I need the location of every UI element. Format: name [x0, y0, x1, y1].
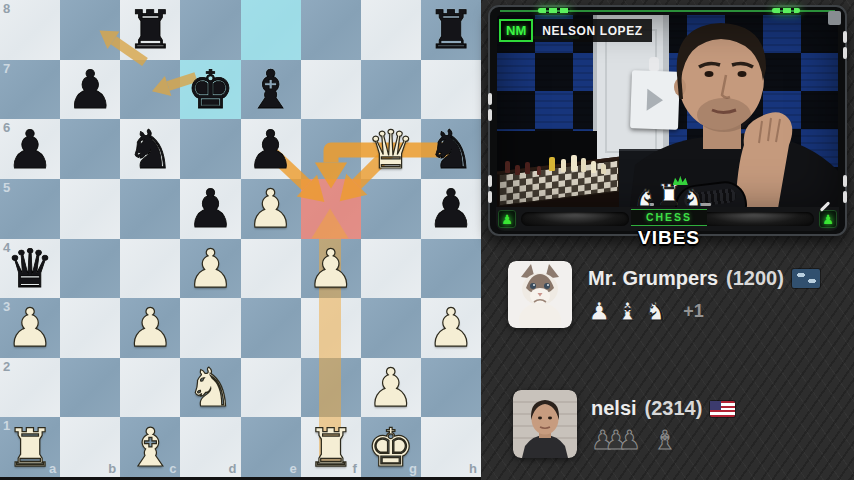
black-pawn-e6[interactable]: ♟	[241, 119, 301, 179]
player2-captured-pieces: ♟♟♟♝	[591, 425, 676, 455]
frame-tick	[843, 47, 847, 59]
frame-tick	[488, 191, 492, 203]
material-advantage: +1	[683, 302, 704, 320]
white-pawn-c3[interactable]: ♟	[120, 298, 180, 358]
square-f3[interactable]	[301, 298, 361, 358]
file-label-g: g	[409, 461, 417, 476]
captured-knight-icon: ♞	[645, 299, 667, 324]
square-g2[interactable]: ♟	[361, 358, 421, 418]
square-e1[interactable]: e	[241, 417, 301, 477]
square-g3[interactable]	[361, 298, 421, 358]
square-h7[interactable]	[421, 60, 481, 120]
square-h2[interactable]	[421, 358, 481, 418]
square-c7[interactable]	[120, 60, 180, 120]
captured-bishop-icon: ♝	[616, 299, 638, 324]
square-h1[interactable]: h	[421, 417, 481, 477]
square-e5[interactable]: ♟	[241, 179, 301, 239]
black-pawn-h5[interactable]: ♟	[421, 179, 481, 239]
rank-label-6: 6	[3, 120, 10, 135]
square-g1[interactable]: g♚	[361, 417, 421, 477]
white-pawn-h3[interactable]: ♟	[421, 298, 481, 358]
square-f5[interactable]	[301, 179, 361, 239]
rank-label-3: 3	[3, 299, 10, 314]
black-rook-c8[interactable]: ♜	[120, 0, 180, 60]
file-label-b: b	[108, 461, 116, 476]
white-pawn-d4[interactable]: ♟	[180, 239, 240, 299]
square-b3[interactable]	[60, 298, 120, 358]
white-queen-g6[interactable]: ♛	[361, 119, 421, 179]
rank-label-2: 2	[3, 359, 10, 374]
avatar-man-photo	[513, 390, 577, 458]
logo-rook-icon: ♜	[656, 181, 682, 210]
last-move-highlight	[180, 60, 240, 120]
square-g7[interactable]	[361, 60, 421, 120]
logo-knight-right-icon: ♞	[682, 186, 704, 210]
logo-text-bottom: VIBES	[631, 227, 707, 249]
square-h8[interactable]: ♜	[421, 0, 481, 60]
square-b4[interactable]	[60, 239, 120, 299]
title-badge: NM	[499, 19, 533, 42]
square-a8[interactable]: 8	[0, 0, 60, 60]
file-label-c: c	[169, 461, 176, 476]
square-c2[interactable]	[120, 358, 180, 418]
square-b8[interactable]	[60, 0, 120, 60]
file-label-a: a	[49, 461, 56, 476]
rank-label-4: 4	[3, 240, 10, 255]
square-a1[interactable]: 1a♜	[0, 417, 60, 477]
square-h3[interactable]: ♟	[421, 298, 481, 358]
square-f2[interactable]	[301, 358, 361, 418]
square-d7[interactable]: ♚	[180, 60, 240, 120]
player1-rating: (1200)	[726, 267, 784, 290]
square-g8[interactable]	[361, 0, 421, 60]
square-c1[interactable]: c♝	[120, 417, 180, 477]
square-a7[interactable]: 7	[0, 60, 60, 120]
frame-tick	[843, 191, 847, 203]
square-d8[interactable]	[180, 0, 240, 60]
streamer-name: NELSON LOPEZ	[533, 19, 652, 42]
square-f6[interactable]	[301, 119, 361, 179]
frame-tick	[843, 175, 847, 187]
chess-board: 8♜♜7♟♚♝6♟♞♟♛♞5♟♟♟4♛♟♟3♟♟♟2♞♟1a♜bc♝def♜g♚…	[0, 0, 481, 477]
square-e3[interactable]	[241, 298, 301, 358]
square-g5[interactable]	[361, 179, 421, 239]
square-f4[interactable]: ♟	[301, 239, 361, 299]
square-a4[interactable]: 4♛	[0, 239, 60, 299]
white-pawn-e5[interactable]: ♟	[241, 179, 301, 239]
square-b6[interactable]	[60, 119, 120, 179]
square-d5[interactable]: ♟	[180, 179, 240, 239]
square-b5[interactable]	[60, 179, 120, 239]
rank-label-7: 7	[3, 61, 10, 76]
square-a6[interactable]: 6♟	[0, 119, 60, 179]
square-e8[interactable]	[241, 0, 301, 60]
square-b1[interactable]: b	[60, 417, 120, 477]
square-a3[interactable]: 3♟	[0, 298, 60, 358]
player2-name[interactable]: nelsi	[591, 397, 637, 420]
square-c8[interactable]: ♜	[120, 0, 180, 60]
square-h5[interactable]: ♟	[421, 179, 481, 239]
square-f7[interactable]	[301, 60, 361, 120]
bar-slot-right	[694, 212, 814, 226]
square-d4[interactable]: ♟	[180, 239, 240, 299]
square-d1[interactable]: d	[180, 417, 240, 477]
square-d3[interactable]	[180, 298, 240, 358]
square-h6[interactable]: ♞	[421, 119, 481, 179]
stream-screen: { "game": "chess", "position": { "fen": …	[0, 0, 854, 480]
square-c3[interactable]: ♟	[120, 298, 180, 358]
file-label-h: h	[469, 461, 477, 476]
frame-led-left	[538, 8, 570, 13]
player2-rating: (2314)	[645, 397, 703, 420]
square-c5[interactable]	[120, 179, 180, 239]
green-piece-icon-right: ♟	[819, 210, 837, 228]
square-e2[interactable]	[241, 358, 301, 418]
square-d6[interactable]	[180, 119, 240, 179]
captured-bishop-icon: ♝	[653, 427, 676, 453]
square-e7[interactable]: ♝	[241, 60, 301, 120]
square-b2[interactable]	[60, 358, 120, 418]
player1-name[interactable]: Mr. Grumpers	[588, 267, 718, 290]
square-g6[interactable]: ♛	[361, 119, 421, 179]
black-pawn-b7[interactable]: ♟	[60, 60, 120, 120]
square-f8[interactable]	[301, 0, 361, 60]
stream-panel: NM NELSON LOPEZ ♟ ♟ ♞ ♜ ♞ CHESS	[481, 0, 854, 480]
streamer-badge: NM NELSON LOPEZ	[499, 19, 652, 42]
black-knight-h6[interactable]: ♞	[421, 119, 481, 179]
logo-emblem: ♞ ♜ ♞	[631, 181, 707, 212]
black-knight-c6[interactable]: ♞	[120, 119, 180, 179]
white-knight-d2[interactable]: ♞	[180, 358, 240, 418]
world-flag-icon	[792, 269, 820, 288]
file-label-f: f	[352, 461, 356, 476]
black-bishop-e7[interactable]: ♝	[241, 60, 301, 120]
player1-captured-pieces: ♟♝♞+1	[588, 296, 704, 326]
file-label-e: e	[289, 461, 296, 476]
chess-vibes-logo: ♞ ♜ ♞ CHESS VIBES	[631, 181, 707, 249]
square-c4[interactable]	[120, 239, 180, 299]
square-b7[interactable]: ♟	[60, 60, 120, 120]
frame-tick	[488, 175, 492, 187]
square-g4[interactable]	[361, 239, 421, 299]
green-piece-icon-left: ♟	[498, 210, 516, 228]
square-e6[interactable]: ♟	[241, 119, 301, 179]
bar-slot-left	[521, 212, 629, 226]
square-a2[interactable]: 2	[0, 358, 60, 418]
us-flag-icon	[710, 401, 735, 417]
square-d2[interactable]: ♞	[180, 358, 240, 418]
file-label-d: d	[229, 461, 237, 476]
rank-label-5: 5	[3, 180, 10, 195]
black-rook-h8[interactable]: ♜	[421, 0, 481, 60]
frame-tick	[488, 93, 492, 105]
board-grid: 8♜♜7♟♚♝6♟♞♟♛♞5♟♟♟4♛♟♟3♟♟♟2♞♟1a♜bc♝def♜g♚…	[0, 0, 481, 477]
rank-label-8: 8	[3, 1, 10, 16]
frame-corner-plate	[828, 11, 841, 25]
frame-led-right	[772, 8, 800, 13]
frame-tick	[488, 109, 492, 121]
white-pawn-f4[interactable]: ♟	[301, 239, 361, 299]
square-e4[interactable]	[241, 239, 301, 299]
black-pawn-d5[interactable]: ♟	[180, 179, 240, 239]
logo-knight-left-icon: ♞	[634, 186, 656, 210]
captured-pawn-icon: ♟	[588, 299, 610, 324]
rank-label-1: 1	[3, 418, 10, 433]
square-f1[interactable]: f♜	[301, 417, 361, 477]
square-h4[interactable]	[421, 239, 481, 299]
last-move-highlight	[241, 0, 301, 60]
square-c6[interactable]: ♞	[120, 119, 180, 179]
captured-pawn-icon: ♟	[618, 427, 641, 453]
frame-tick	[843, 31, 847, 43]
avatar-grumpy-cat	[508, 261, 572, 328]
square-a5[interactable]: 5	[0, 179, 60, 239]
threat-highlight	[301, 179, 361, 239]
white-pawn-g2[interactable]: ♟	[361, 358, 421, 418]
